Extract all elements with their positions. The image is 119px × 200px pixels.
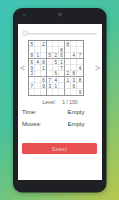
slider-track[interactable] <box>22 33 97 35</box>
time-row: Time: Empty <box>22 108 98 116</box>
cell-r9c9: 9 <box>77 89 83 95</box>
level-label: Level: <box>42 99 55 105</box>
phone-frame: < 528881526476485191743628674138793169 >… <box>13 8 107 193</box>
level-slider[interactable] <box>18 29 102 38</box>
camera-icon <box>58 13 62 17</box>
next-level-button[interactable]: > <box>93 62 102 74</box>
prev-level-button[interactable]: < <box>18 62 27 74</box>
time-label: Time: <box>22 109 37 116</box>
select-button[interactable]: Select <box>22 143 97 154</box>
level-value: 1 / 100 <box>62 99 77 105</box>
app-screen: < 528881526476485191743628674138793169 >… <box>18 24 102 180</box>
moves-value: Empty <box>67 121 98 128</box>
slider-thumb[interactable] <box>22 31 28 37</box>
background: < 528881526476485191743628674138793169 >… <box>0 0 119 200</box>
sudoku-board[interactable]: 528881526476485191743628674138793169 <box>28 40 84 96</box>
time-value: Empty <box>67 109 98 116</box>
moves-row: Moves: Empty <box>22 120 98 128</box>
moves-label: Moves: <box>22 121 41 128</box>
level-line: Level: 1 / 100 <box>18 99 102 105</box>
sensor-icon <box>23 14 26 17</box>
